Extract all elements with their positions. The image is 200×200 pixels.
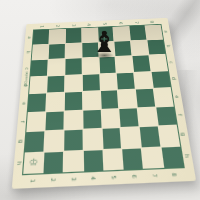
square-a2	[49, 29, 65, 44]
square-f5	[101, 109, 120, 128]
square-h8	[162, 146, 184, 168]
square-c4	[82, 58, 99, 74]
square-g2	[44, 131, 63, 151]
square-f8	[156, 106, 176, 125]
square-g6	[121, 127, 141, 147]
square-a3	[66, 28, 81, 43]
crown-logo-icon: ♔	[23, 152, 43, 174]
black-bishop: ♝	[90, 27, 118, 57]
square-g1	[25, 131, 44, 152]
square-d5	[100, 73, 118, 90]
square-e7	[136, 89, 155, 107]
square-h6	[123, 148, 144, 170]
square-a1	[33, 30, 49, 45]
square-d2	[47, 75, 64, 92]
square-h2	[43, 151, 62, 173]
square-b7	[131, 40, 148, 55]
photo-scene: 12345678 12345678 abcdefgh abcdefgh ©Qua…	[0, 0, 200, 200]
square-e8	[154, 88, 174, 106]
square-c5	[99, 57, 116, 73]
square-b2	[49, 44, 65, 59]
square-e1	[28, 93, 46, 111]
square-e3	[65, 92, 82, 110]
square-b1	[32, 44, 49, 59]
square-a7	[130, 25, 147, 39]
square-f7	[138, 107, 158, 126]
square-f4	[83, 109, 101, 128]
square-c7	[133, 55, 151, 71]
square-f6	[120, 108, 139, 127]
square-f1	[26, 112, 45, 131]
square-a8	[146, 25, 163, 39]
square-h3	[64, 150, 83, 172]
square-g7	[140, 126, 160, 146]
square-c3	[65, 58, 81, 74]
square-h5	[103, 149, 123, 171]
square-h4	[83, 150, 102, 172]
square-d3	[65, 75, 82, 92]
square-c8	[150, 55, 168, 71]
square-g8	[159, 126, 180, 146]
square-e6	[118, 90, 137, 108]
square-h1: ♔	[23, 152, 43, 174]
square-g4	[83, 129, 102, 149]
square-b8	[147, 39, 165, 54]
square-e2	[46, 93, 64, 111]
square-d6	[117, 72, 135, 89]
square-c6	[116, 56, 133, 72]
square-d8	[152, 71, 171, 88]
square-e5	[100, 90, 118, 108]
square-d1	[29, 76, 47, 93]
square-g5	[102, 128, 121, 148]
square-b3	[65, 43, 81, 58]
square-c2	[48, 59, 65, 75]
square-c1	[30, 60, 47, 76]
square-f3	[64, 110, 82, 129]
square-d4	[82, 74, 99, 91]
square-h7	[142, 147, 163, 169]
square-d7	[134, 72, 152, 89]
square-f2	[45, 111, 63, 130]
square-e4	[83, 91, 101, 109]
square-g3	[64, 130, 82, 150]
